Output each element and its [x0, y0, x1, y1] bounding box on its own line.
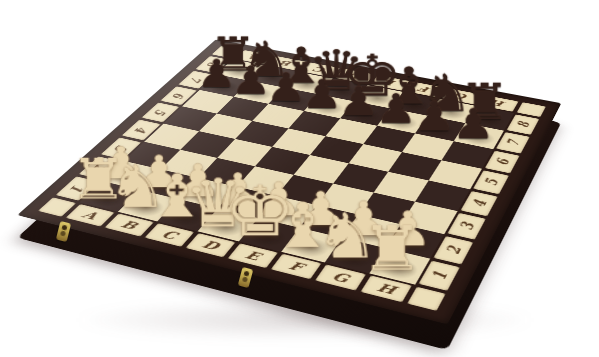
- black-pawn-glyph: ♟: [338, 82, 379, 122]
- file-label-e-text: E: [382, 79, 397, 87]
- rank-label-5-text: 5: [151, 109, 169, 116]
- black-pawn-glyph: ♟: [413, 96, 455, 137]
- file-label-b-text: B: [279, 60, 296, 68]
- file-label-f-text: F: [418, 85, 432, 93]
- product-photo-scene: Carved wooden folding chess set shown in…: [0, 0, 599, 357]
- rank-label-7-text: 7: [187, 76, 204, 83]
- rank-label-8-text: 8: [204, 61, 221, 67]
- black-pawn-glyph: ♟: [452, 104, 495, 145]
- rank-label-8-text: 8: [514, 121, 532, 129]
- rank-label-7-text: 7: [504, 139, 522, 147]
- white-rook-glyph: ♜: [361, 218, 424, 279]
- file-label-h-text: H: [490, 99, 508, 108]
- rank-label-4-text: 4: [132, 126, 151, 134]
- file-label-d-text: D: [346, 72, 363, 80]
- black-pawn-glyph: ♟: [266, 68, 306, 107]
- file-label-a-text: A: [246, 53, 262, 60]
- rank-label-6-text: 6: [170, 92, 188, 99]
- file-label-c-text: C: [313, 66, 329, 74]
- piece-white-rook: ♜: [369, 248, 430, 285]
- black-pawn-glyph: ♟: [375, 89, 417, 130]
- black-pawn-glyph: ♟: [302, 75, 343, 115]
- file-label-g-text: G: [453, 92, 469, 101]
